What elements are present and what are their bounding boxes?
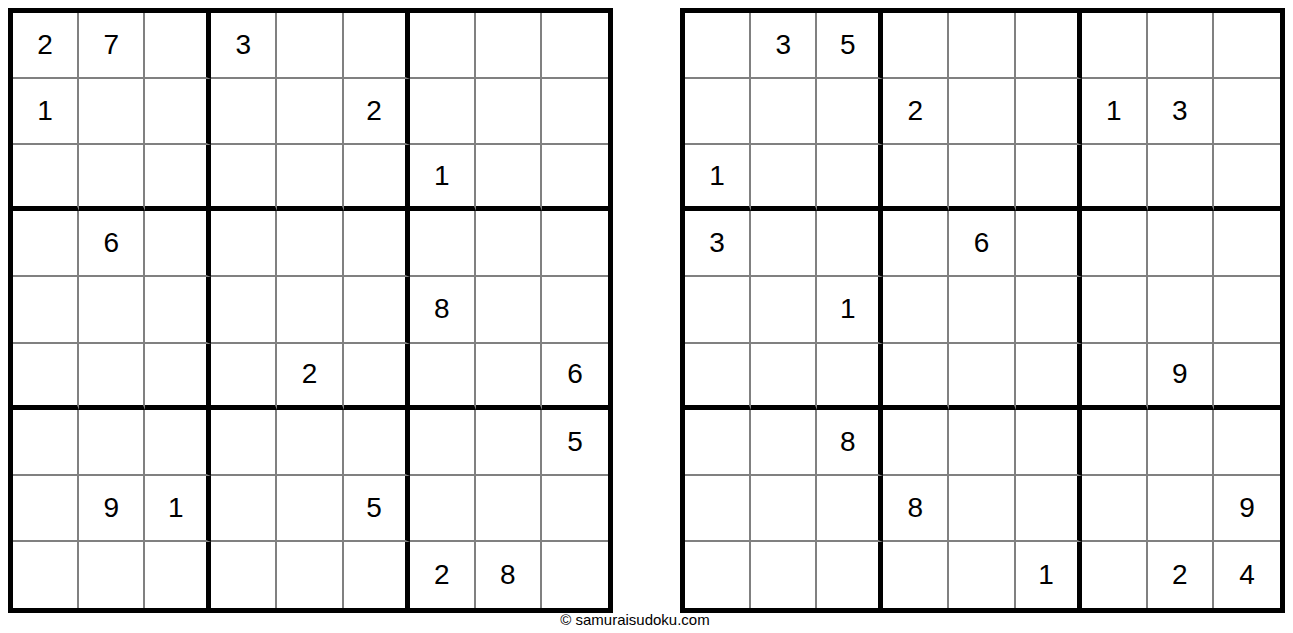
cell-r3c9[interactable] [1214,145,1280,211]
cell-r2c6[interactable] [1016,79,1082,145]
cell-r7c1[interactable] [685,410,751,476]
cell-r8c6[interactable] [1016,476,1082,542]
cell-r8c2[interactable] [751,476,817,542]
cell-r7c6[interactable] [344,410,410,476]
cell-r8c8[interactable] [476,476,542,542]
cell-r1c5[interactable] [277,13,343,79]
cell-r7c5[interactable] [277,410,343,476]
cell-r7c8[interactable] [476,410,542,476]
sudoku-grid-right: 3521313619889124 [680,8,1285,613]
cell-r5c9[interactable] [542,277,608,343]
cell-r8c5[interactable] [949,476,1015,542]
cell-r6c2[interactable] [751,344,817,410]
cell-r1c7[interactable] [410,13,476,79]
cell-r6c1[interactable] [13,344,79,410]
cell-r5c1[interactable] [685,277,751,343]
cell-r8c1[interactable] [13,476,79,542]
cell-r4c2[interactable] [751,211,817,277]
cell-r1c9[interactable] [542,13,608,79]
cell-r6c5[interactable] [949,344,1015,410]
cell-r1c2[interactable]: 3 [751,13,817,79]
cell-r6c3[interactable] [817,344,883,410]
cell-r4c7[interactable] [410,211,476,277]
cell-r2c5[interactable] [277,79,343,145]
cell-r7c8[interactable] [1148,410,1214,476]
cell-r9c1[interactable] [685,542,751,608]
cell-r2c2[interactable] [751,79,817,145]
cell-r3c5[interactable] [277,145,343,211]
cell-r2c7[interactable]: 1 [1082,79,1148,145]
cell-r2c6[interactable]: 2 [344,79,410,145]
cell-r7c3[interactable]: 8 [817,410,883,476]
cell-r8c9[interactable]: 9 [1214,476,1280,542]
cell-r4c8[interactable] [476,211,542,277]
cell-r1c6[interactable] [344,13,410,79]
cell-r2c8[interactable]: 3 [1148,79,1214,145]
cell-r1c1[interactable] [685,13,751,79]
cell-r2c3[interactable] [817,79,883,145]
cell-r5c5[interactable] [277,277,343,343]
sudoku-grid-left: 2731216826591528 [8,8,613,613]
cell-r7c5[interactable] [949,410,1015,476]
cell-r5c8[interactable] [476,277,542,343]
cell-r3c2[interactable] [751,145,817,211]
cell-r9c7[interactable] [1082,542,1148,608]
cell-r4c3[interactable] [817,211,883,277]
cell-r6c4[interactable] [211,344,277,410]
cell-r6c1[interactable] [685,344,751,410]
copyright-caption: © samuraisudoku.com [0,611,1270,628]
cell-r9c9[interactable]: 4 [1214,542,1280,608]
cell-r1c6[interactable] [1016,13,1082,79]
cell-r5c1[interactable] [13,277,79,343]
cell-r8c4[interactable] [211,476,277,542]
cell-r4c6[interactable] [344,211,410,277]
cell-r9c2[interactable] [79,542,145,608]
cell-r2c1[interactable] [685,79,751,145]
cell-r3c6[interactable] [1016,145,1082,211]
cell-r3c8[interactable] [476,145,542,211]
cell-r6c6[interactable] [344,344,410,410]
cell-r9c6[interactable] [344,542,410,608]
cell-r9c5[interactable] [277,542,343,608]
cell-r6c7[interactable] [410,344,476,410]
cell-r9c5[interactable] [949,542,1015,608]
cell-r3c6[interactable] [344,145,410,211]
cell-r2c9[interactable] [542,79,608,145]
cell-r6c5[interactable]: 2 [277,344,343,410]
cell-r5c2[interactable] [79,277,145,343]
cell-r7c4[interactable] [883,410,949,476]
cell-r1c8[interactable] [1148,13,1214,79]
cell-r9c8[interactable]: 8 [476,542,542,608]
cell-r8c8[interactable] [1148,476,1214,542]
cell-r3c1[interactable]: 1 [685,145,751,211]
cell-r6c9[interactable] [1214,344,1280,410]
cell-r8c3[interactable] [817,476,883,542]
cell-r4c1[interactable] [13,211,79,277]
cell-r9c4[interactable] [883,542,949,608]
cell-r9c3[interactable] [817,542,883,608]
cell-r2c2[interactable] [79,79,145,145]
cell-r3c3[interactable] [817,145,883,211]
cell-r3c7[interactable]: 1 [410,145,476,211]
cell-r3c3[interactable] [145,145,211,211]
cell-r1c4[interactable]: 3 [211,13,277,79]
cell-r5c3[interactable]: 1 [817,277,883,343]
cell-r4c4[interactable] [211,211,277,277]
cell-r4c8[interactable] [1148,211,1214,277]
cell-r7c2[interactable] [79,410,145,476]
cell-r7c7[interactable] [1082,410,1148,476]
cell-r4c3[interactable] [145,211,211,277]
cell-r2c8[interactable] [476,79,542,145]
cell-r3c4[interactable] [211,145,277,211]
cell-r2c7[interactable] [410,79,476,145]
cell-r7c2[interactable] [751,410,817,476]
cell-r5c4[interactable] [883,277,949,343]
cell-r1c9[interactable] [1214,13,1280,79]
cell-r4c4[interactable] [883,211,949,277]
cell-r3c8[interactable] [1148,145,1214,211]
cell-r8c6[interactable]: 5 [344,476,410,542]
cell-r5c6[interactable] [1016,277,1082,343]
cell-r6c6[interactable] [1016,344,1082,410]
cell-r1c3[interactable] [145,13,211,79]
cell-r6c2[interactable] [79,344,145,410]
cell-r7c3[interactable] [145,410,211,476]
cell-r1c7[interactable] [1082,13,1148,79]
cell-r4c6[interactable] [1016,211,1082,277]
cell-r5c8[interactable] [1148,277,1214,343]
cell-r1c2[interactable]: 7 [79,13,145,79]
cell-r1c5[interactable] [949,13,1015,79]
cell-r7c6[interactable] [1016,410,1082,476]
cell-r5c3[interactable] [145,277,211,343]
cell-r6c8[interactable] [476,344,542,410]
cell-r9c3[interactable] [145,542,211,608]
cell-r5c7[interactable] [1082,277,1148,343]
cell-r5c6[interactable] [344,277,410,343]
cell-r4c5[interactable]: 6 [949,211,1015,277]
cell-r8c7[interactable] [410,476,476,542]
cell-r6c4[interactable] [883,344,949,410]
cell-r7c4[interactable] [211,410,277,476]
cell-r8c3[interactable]: 1 [145,476,211,542]
cell-r9c7[interactable]: 2 [410,542,476,608]
cell-r3c9[interactable] [542,145,608,211]
cell-r2c5[interactable] [949,79,1015,145]
cell-r9c8[interactable]: 2 [1148,542,1214,608]
cell-r5c7[interactable]: 8 [410,277,476,343]
cell-r8c2[interactable]: 9 [79,476,145,542]
cell-r9c4[interactable] [211,542,277,608]
cell-r5c9[interactable] [1214,277,1280,343]
cell-r6c3[interactable] [145,344,211,410]
cell-r6c9[interactable]: 6 [542,344,608,410]
cell-r2c1[interactable]: 1 [13,79,79,145]
cell-r4c7[interactable] [1082,211,1148,277]
cell-r9c6[interactable]: 1 [1016,542,1082,608]
cell-r3c5[interactable] [949,145,1015,211]
cell-r8c1[interactable] [685,476,751,542]
cell-r7c9[interactable] [1214,410,1280,476]
cell-r6c7[interactable] [1082,344,1148,410]
cell-r1c3[interactable]: 5 [817,13,883,79]
cell-r1c1[interactable]: 2 [13,13,79,79]
cell-r6c8[interactable]: 9 [1148,344,1214,410]
cell-r8c5[interactable] [277,476,343,542]
cell-r3c2[interactable] [79,145,145,211]
cell-r5c5[interactable] [949,277,1015,343]
cell-r9c1[interactable] [13,542,79,608]
cell-r8c4[interactable]: 8 [883,476,949,542]
cell-r4c9[interactable] [1214,211,1280,277]
cell-r7c9[interactable]: 5 [542,410,608,476]
cell-r4c5[interactable] [277,211,343,277]
cell-r2c3[interactable] [145,79,211,145]
cell-r3c7[interactable] [1082,145,1148,211]
cell-r7c1[interactable] [13,410,79,476]
cell-r7c7[interactable] [410,410,476,476]
cell-r5c2[interactable] [751,277,817,343]
cell-r2c4[interactable]: 2 [883,79,949,145]
cell-r4c9[interactable] [542,211,608,277]
cell-r9c9[interactable] [542,542,608,608]
cell-r2c9[interactable] [1214,79,1280,145]
cell-r4c2[interactable]: 6 [79,211,145,277]
cell-r4c1[interactable]: 3 [685,211,751,277]
cell-r9c2[interactable] [751,542,817,608]
cell-r3c1[interactable] [13,145,79,211]
cell-r5c4[interactable] [211,277,277,343]
cell-r1c8[interactable] [476,13,542,79]
cell-r8c9[interactable] [542,476,608,542]
cell-r8c7[interactable] [1082,476,1148,542]
cell-r3c4[interactable] [883,145,949,211]
cell-r2c4[interactable] [211,79,277,145]
cell-r1c4[interactable] [883,13,949,79]
